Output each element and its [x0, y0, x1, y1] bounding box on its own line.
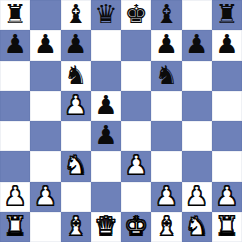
- square-b6[interactable]: [30, 61, 60, 91]
- square-f6[interactable]: ♞: [151, 61, 181, 91]
- white-pawn-icon: ♟: [64, 92, 87, 118]
- square-h4[interactable]: [212, 121, 242, 151]
- square-a7[interactable]: ♟: [0, 30, 30, 60]
- square-b4[interactable]: [30, 121, 60, 151]
- square-g6[interactable]: [182, 61, 212, 91]
- square-c7[interactable]: ♟: [61, 30, 91, 60]
- square-e8[interactable]: ♚: [121, 0, 151, 30]
- square-d5[interactable]: ♟: [91, 91, 121, 121]
- square-e7[interactable]: [121, 30, 151, 60]
- black-bishop-icon: ♝: [64, 1, 87, 27]
- white-pawn-icon: ♟: [3, 183, 26, 209]
- white-pawn-icon: ♟: [124, 152, 147, 178]
- square-f1[interactable]: ♝: [151, 212, 181, 242]
- square-g4[interactable]: [182, 121, 212, 151]
- white-rook-icon: ♜: [3, 213, 26, 239]
- square-h8[interactable]: ♜: [212, 0, 242, 30]
- square-h7[interactable]: ♟: [212, 30, 242, 60]
- square-a6[interactable]: [0, 61, 30, 91]
- square-h5[interactable]: [212, 91, 242, 121]
- square-c2[interactable]: [61, 182, 91, 212]
- square-f4[interactable]: [151, 121, 181, 151]
- black-queen-icon: ♛: [94, 1, 117, 27]
- square-g8[interactable]: [182, 0, 212, 30]
- square-d1[interactable]: ♛: [91, 212, 121, 242]
- black-king-icon: ♚: [124, 1, 147, 27]
- square-g2[interactable]: ♟: [182, 182, 212, 212]
- square-b3[interactable]: [30, 151, 60, 181]
- square-b5[interactable]: [30, 91, 60, 121]
- black-pawn-icon: ♟: [3, 31, 26, 57]
- white-pawn-icon: ♟: [34, 183, 57, 209]
- black-pawn-icon: ♟: [185, 31, 208, 57]
- square-h6[interactable]: [212, 61, 242, 91]
- square-e2[interactable]: [121, 182, 151, 212]
- black-pawn-icon: ♟: [155, 31, 178, 57]
- square-e1[interactable]: ♚: [121, 212, 151, 242]
- square-c4[interactable]: [61, 121, 91, 151]
- square-b7[interactable]: ♟: [30, 30, 60, 60]
- square-c6[interactable]: ♞: [61, 61, 91, 91]
- square-h2[interactable]: ♟: [212, 182, 242, 212]
- black-knight-icon: ♞: [64, 62, 87, 88]
- black-bishop-icon: ♝: [155, 1, 178, 27]
- square-c5[interactable]: ♟: [61, 91, 91, 121]
- white-bishop-icon: ♝: [155, 213, 178, 239]
- square-g1[interactable]: ♞: [182, 212, 212, 242]
- black-knight-icon: ♞: [155, 62, 178, 88]
- square-c8[interactable]: ♝: [61, 0, 91, 30]
- black-rook-icon: ♜: [3, 1, 26, 27]
- square-b8[interactable]: [30, 0, 60, 30]
- square-d3[interactable]: [91, 151, 121, 181]
- black-pawn-icon: ♟: [64, 31, 87, 57]
- square-f7[interactable]: ♟: [151, 30, 181, 60]
- square-c3[interactable]: ♞: [61, 151, 91, 181]
- square-d7[interactable]: [91, 30, 121, 60]
- square-f2[interactable]: ♟: [151, 182, 181, 212]
- square-g5[interactable]: [182, 91, 212, 121]
- square-a4[interactable]: [0, 121, 30, 151]
- square-a1[interactable]: ♜: [0, 212, 30, 242]
- white-rook-icon: ♜: [215, 213, 238, 239]
- black-pawn-icon: ♟: [34, 31, 57, 57]
- square-a8[interactable]: ♜: [0, 0, 30, 30]
- black-pawn-icon: ♟: [215, 31, 238, 57]
- white-pawn-icon: ♟: [185, 183, 208, 209]
- square-c1[interactable]: ♝: [61, 212, 91, 242]
- square-b2[interactable]: ♟: [30, 182, 60, 212]
- white-queen-icon: ♛: [94, 213, 117, 239]
- square-e6[interactable]: [121, 61, 151, 91]
- white-knight-icon: ♞: [64, 152, 87, 178]
- black-rook-icon: ♜: [215, 1, 238, 27]
- square-h3[interactable]: [212, 151, 242, 181]
- square-d6[interactable]: [91, 61, 121, 91]
- square-f3[interactable]: [151, 151, 181, 181]
- square-h1[interactable]: ♜: [212, 212, 242, 242]
- square-e4[interactable]: [121, 121, 151, 151]
- square-e5[interactable]: [121, 91, 151, 121]
- square-b1[interactable]: [30, 212, 60, 242]
- white-king-icon: ♚: [124, 213, 147, 239]
- square-d2[interactable]: [91, 182, 121, 212]
- square-f5[interactable]: [151, 91, 181, 121]
- black-pawn-icon: ♟: [94, 122, 117, 148]
- white-bishop-icon: ♝: [64, 213, 87, 239]
- square-a2[interactable]: ♟: [0, 182, 30, 212]
- white-pawn-icon: ♟: [155, 183, 178, 209]
- square-g3[interactable]: [182, 151, 212, 181]
- square-d4[interactable]: ♟: [91, 121, 121, 151]
- square-e3[interactable]: ♟: [121, 151, 151, 181]
- chess-board: ♜♝♛♚♝♜♟♟♟♟♟♟♞♞♟♟♟♞♟♟♟♟♟♟♜♝♛♚♝♞♜: [0, 0, 242, 242]
- square-a3[interactable]: [0, 151, 30, 181]
- white-pawn-icon: ♟: [215, 183, 238, 209]
- black-pawn-icon: ♟: [94, 92, 117, 118]
- square-a5[interactable]: [0, 91, 30, 121]
- square-f8[interactable]: ♝: [151, 0, 181, 30]
- square-g7[interactable]: ♟: [182, 30, 212, 60]
- white-knight-icon: ♞: [185, 213, 208, 239]
- square-d8[interactable]: ♛: [91, 0, 121, 30]
